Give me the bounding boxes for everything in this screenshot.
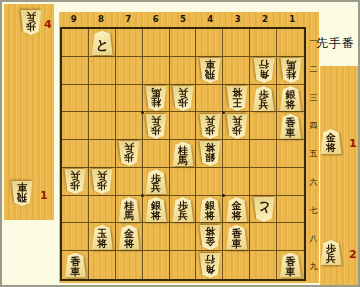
rank-label-3: 三 [308, 83, 319, 111]
square-2-4[interactable] [250, 112, 277, 140]
piece-face: 角行 [199, 253, 221, 278]
rank-label-8: 八 [308, 225, 319, 253]
rank-label-7: 七 [308, 196, 319, 224]
piece-gote-pawn[interactable]: 歩兵 [172, 86, 194, 111]
piece-gote-gold[interactable]: 金将 [199, 225, 221, 250]
square-3-5[interactable] [223, 140, 250, 168]
piece-sente-silver[interactable]: 銀将 [199, 197, 221, 222]
rank-label-9: 九 [308, 253, 319, 281]
rank-label-2: 二 [308, 55, 319, 83]
piece-face: 桂馬 [118, 197, 140, 222]
piece-face: と [91, 30, 113, 55]
square-6-9[interactable] [143, 251, 170, 279]
hand-gote-pawn: 歩兵 [20, 10, 42, 35]
hand-sente-gold: 金将 [320, 129, 342, 154]
piece-face: 香車 [280, 114, 302, 139]
piece-gote-knight[interactable]: 桂馬 [280, 58, 302, 83]
rank-label-5: 五 [308, 140, 319, 168]
piece-gote-king[interactable]: 王将 [226, 86, 248, 111]
piece-sente-pawn[interactable]: 歩兵 [253, 86, 275, 111]
piece-gote-pawn[interactable]: 歩兵 [64, 169, 86, 194]
square-5-1[interactable] [170, 29, 197, 57]
hand-gote-rook: 飛車 [11, 181, 33, 206]
square-8-4[interactable] [89, 112, 116, 140]
piece-face: 歩兵 [226, 114, 248, 139]
piece-face: 歩兵 [118, 141, 140, 166]
square-2-5[interactable] [250, 140, 277, 168]
square-5-2[interactable] [170, 57, 197, 85]
square-8-5[interactable] [89, 140, 116, 168]
piece-gote-bishop[interactable]: 角行 [253, 58, 275, 83]
piece-face: 飛車 [11, 181, 33, 206]
hand-count-gote-rook: 1 [40, 189, 48, 202]
piece-face: 金将 [226, 197, 248, 222]
square-9-3[interactable] [62, 85, 89, 113]
hoshi-dot [222, 194, 225, 197]
piece-gote-silver[interactable]: 銀将 [199, 141, 221, 166]
hand-count-sente-gold: 1 [349, 137, 357, 150]
square-2-1[interactable] [250, 29, 277, 57]
square-3-2[interactable] [223, 57, 250, 85]
rank-label-6: 六 [308, 168, 319, 196]
square-1-7[interactable] [277, 196, 304, 224]
piece-face: 桂馬 [172, 141, 194, 166]
square-6-8[interactable] [143, 223, 170, 251]
square-7-1[interactable] [116, 29, 143, 57]
file-label-7: 7 [115, 13, 142, 26]
piece-sente-pawn[interactable]: 歩兵 [172, 197, 194, 222]
piece-gote-tokin[interactable]: と [253, 197, 275, 222]
hoshi-dot [222, 111, 225, 114]
piece-face: 桂馬 [145, 86, 167, 111]
piece-sente-gold[interactable]: 金将 [118, 225, 140, 250]
piece-face: 角行 [253, 58, 275, 83]
piece-sente-gold[interactable]: 金将 [226, 197, 248, 222]
piece-sente-lance[interactable]: 香車 [280, 114, 302, 139]
square-8-7[interactable] [89, 196, 116, 224]
piece-sente-silver[interactable]: 銀将 [280, 86, 302, 111]
piece-sente-pawn[interactable]: 歩兵 [145, 169, 167, 194]
square-6-5[interactable] [143, 140, 170, 168]
piece-gote-pawn[interactable]: 歩兵 [118, 141, 140, 166]
square-1-5[interactable] [277, 140, 304, 168]
square-9-2[interactable] [62, 57, 89, 85]
piece-face: 歩兵 [320, 240, 342, 265]
piece-sente-knight[interactable]: 桂馬 [172, 141, 194, 166]
square-8-3[interactable] [89, 85, 116, 113]
square-2-8[interactable] [250, 223, 277, 251]
square-8-9[interactable] [89, 251, 116, 279]
piece-gote-rook[interactable]: 飛車 [11, 181, 33, 206]
piece-face: 歩兵 [172, 197, 194, 222]
piece-face: 王将 [226, 86, 248, 111]
hand-count-gote-pawn: 4 [44, 18, 52, 31]
piece-sente-king[interactable]: 玉将 [91, 225, 113, 250]
square-3-9[interactable] [223, 251, 250, 279]
square-7-4[interactable] [116, 112, 143, 140]
hand-count-sente-pawn: 2 [349, 248, 357, 261]
square-7-6[interactable] [116, 168, 143, 196]
file-label-9: 9 [60, 13, 87, 26]
piece-sente-silver[interactable]: 銀将 [145, 197, 167, 222]
piece-face: 金将 [118, 225, 140, 250]
rank-labels: 一二三四五六七八九 [308, 27, 319, 281]
piece-face: 銀将 [280, 86, 302, 111]
piece-gote-pawn[interactable]: 歩兵 [145, 114, 167, 139]
piece-sente-knight[interactable]: 桂馬 [118, 197, 140, 222]
piece-gote-knight[interactable]: 桂馬 [145, 86, 167, 111]
piece-face: 玉将 [91, 225, 113, 250]
piece-face: 歩兵 [20, 10, 42, 35]
piece-face: 香車 [64, 253, 86, 278]
piece-sente-pawn[interactable]: 歩兵 [320, 240, 342, 265]
file-label-2: 2 [251, 13, 278, 26]
piece-face: 歩兵 [91, 169, 113, 194]
square-2-9[interactable] [250, 251, 277, 279]
square-9-8[interactable] [62, 223, 89, 251]
piece-face: 歩兵 [253, 86, 275, 111]
square-4-6[interactable] [196, 168, 223, 196]
square-3-6[interactable] [223, 168, 250, 196]
file-label-3: 3 [224, 13, 251, 26]
piece-face: 桂馬 [280, 58, 302, 83]
square-5-6[interactable] [170, 168, 197, 196]
square-7-2[interactable] [116, 57, 143, 85]
square-3-1[interactable] [223, 29, 250, 57]
piece-gote-bishop[interactable]: 角行 [199, 253, 221, 278]
piece-face: 金将 [199, 225, 221, 250]
board-grid: と飛車角行桂馬桂馬歩兵王将歩兵銀将歩兵歩兵歩兵香車歩兵桂馬銀将歩兵歩兵歩兵桂馬銀… [60, 27, 306, 281]
file-label-8: 8 [87, 13, 114, 26]
piece-sente-tokin[interactable]: と [91, 30, 113, 55]
square-9-7[interactable] [62, 196, 89, 224]
square-4-3[interactable] [196, 85, 223, 113]
piece-face: 銀将 [145, 197, 167, 222]
shogi-app: 歩兵4飛車1 987654321 一二三四五六七八九 と飛車角行桂馬桂馬歩兵王将… [0, 0, 360, 287]
square-4-1[interactable] [196, 29, 223, 57]
shogi-board: 987654321 一二三四五六七八九 と飛車角行桂馬桂馬歩兵王将歩兵銀将歩兵歩… [59, 12, 319, 283]
square-1-8[interactable] [277, 223, 304, 251]
piece-gote-pawn[interactable]: 歩兵 [91, 169, 113, 194]
square-7-9[interactable] [116, 251, 143, 279]
piece-sente-lance[interactable]: 香車 [226, 225, 248, 250]
piece-face: 銀将 [199, 141, 221, 166]
square-9-1[interactable] [62, 29, 89, 57]
piece-face: 銀将 [199, 197, 221, 222]
piece-face: 金将 [320, 129, 342, 154]
square-1-1[interactable] [277, 29, 304, 57]
square-6-1[interactable] [143, 29, 170, 57]
square-5-4[interactable] [170, 112, 197, 140]
square-5-8[interactable] [170, 223, 197, 251]
piece-face: 歩兵 [172, 86, 194, 111]
piece-face: 香車 [226, 225, 248, 250]
square-1-6[interactable] [277, 168, 304, 196]
square-7-3[interactable] [116, 85, 143, 113]
piece-face: 飛車 [199, 58, 221, 83]
piece-face: 香車 [280, 253, 302, 278]
file-label-1: 1 [279, 13, 306, 26]
sente-piece-stand: 金将1歩兵2 [320, 66, 360, 285]
piece-sente-lance[interactable]: 香車 [64, 253, 86, 278]
piece-sente-gold[interactable]: 金将 [320, 129, 342, 154]
piece-face: 歩兵 [199, 114, 221, 139]
piece-gote-pawn[interactable]: 歩兵 [20, 10, 42, 35]
piece-face: 歩兵 [64, 169, 86, 194]
file-label-5: 5 [169, 13, 196, 26]
square-6-2[interactable] [143, 57, 170, 85]
piece-face: と [253, 197, 275, 222]
rank-label-4: 四 [308, 112, 319, 140]
file-label-6: 6 [142, 13, 169, 26]
file-labels: 987654321 [60, 13, 306, 26]
square-9-5[interactable] [62, 140, 89, 168]
gote-piece-stand: 歩兵4飛車1 [4, 4, 54, 220]
square-8-2[interactable] [89, 57, 116, 85]
piece-gote-rook[interactable]: 飛車 [199, 58, 221, 83]
piece-sente-lance[interactable]: 香車 [280, 253, 302, 278]
square-9-4[interactable] [62, 112, 89, 140]
square-2-6[interactable] [250, 168, 277, 196]
square-5-9[interactable] [170, 251, 197, 279]
turn-indicator: 先手番 [316, 35, 360, 52]
piece-gote-pawn[interactable]: 歩兵 [226, 114, 248, 139]
piece-face: 歩兵 [145, 169, 167, 194]
piece-gote-pawn[interactable]: 歩兵 [199, 114, 221, 139]
file-label-4: 4 [197, 13, 224, 26]
hand-sente-pawn: 歩兵 [320, 240, 342, 265]
piece-face: 歩兵 [145, 114, 167, 139]
